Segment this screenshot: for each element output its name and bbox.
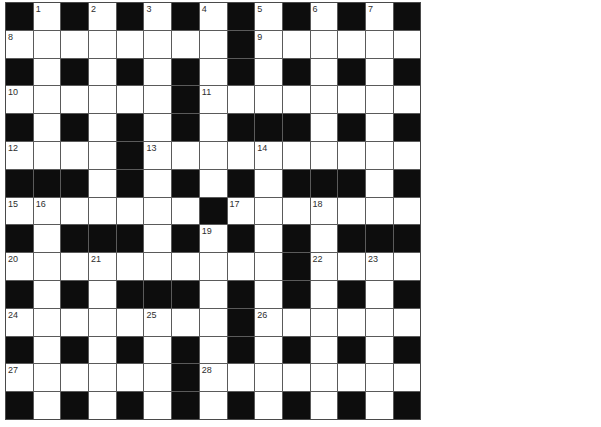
block-cell-r11c3	[61, 281, 88, 308]
block-cell-r13c5	[117, 337, 144, 364]
clue-number-5: 5	[257, 4, 262, 14]
clue-number-21: 21	[91, 254, 101, 264]
grid-cell-r3c4[interactable]	[89, 59, 116, 86]
block-cell-r5c9	[228, 114, 255, 141]
block-cell-r6c5	[117, 142, 144, 169]
grid-cell-r11c8[interactable]	[200, 281, 227, 308]
grid-cell-r6c13[interactable]	[338, 142, 365, 169]
block-cell-r11c1	[6, 281, 33, 308]
block-cell-r7c7	[172, 170, 199, 197]
block-cell-r5c7	[172, 114, 199, 141]
crossword-grid: 1234567891011121314151617181920212223242…	[5, 2, 421, 420]
grid-cell-r10c4[interactable]: 21	[89, 253, 116, 280]
grid-cell-r2c5[interactable]	[117, 31, 144, 58]
block-cell-r3c13	[338, 59, 365, 86]
grid-cell-r1c4[interactable]: 2	[89, 3, 116, 30]
block-cell-r3c5	[117, 59, 144, 86]
grid-cell-r14c15[interactable]	[394, 364, 421, 391]
block-cell-r3c7	[172, 59, 199, 86]
grid-cell-r3c10[interactable]	[255, 59, 282, 86]
grid-cell-r11c14[interactable]	[366, 281, 393, 308]
grid-cell-r6c4[interactable]	[89, 142, 116, 169]
clue-number-1: 1	[36, 4, 41, 14]
grid-cell-r4c9[interactable]	[228, 86, 255, 113]
grid-cell-r9c8[interactable]: 19	[200, 225, 227, 252]
grid-cell-r12c15[interactable]	[394, 309, 421, 336]
block-cell-r1c15	[394, 3, 421, 30]
block-cell-r13c9	[228, 337, 255, 364]
clue-number-14: 14	[257, 143, 267, 153]
grid-cell-r14c14[interactable]	[366, 364, 393, 391]
block-cell-r15c13	[338, 392, 365, 419]
grid-cell-r6c6[interactable]: 13	[144, 142, 171, 169]
block-cell-r13c7	[172, 337, 199, 364]
clue-number-24: 24	[8, 310, 18, 320]
grid-cell-r12c10[interactable]: 26	[255, 309, 282, 336]
grid-cell-r8c14[interactable]	[366, 198, 393, 225]
grid-cell-r6c15[interactable]	[394, 142, 421, 169]
grid-cell-r6c14[interactable]	[366, 142, 393, 169]
grid-cell-r13c8[interactable]	[200, 337, 227, 364]
block-cell-r5c3	[61, 114, 88, 141]
grid-cell-r8c3[interactable]	[61, 198, 88, 225]
grid-cell-r4c10[interactable]	[255, 86, 282, 113]
block-cell-r11c13	[338, 281, 365, 308]
clue-number-3: 3	[146, 4, 151, 14]
grid-cell-r9c2[interactable]	[34, 225, 61, 252]
grid-cell-r12c1[interactable]: 24	[6, 309, 33, 336]
grid-cell-r10c15[interactable]	[394, 253, 421, 280]
block-cell-r9c14	[366, 225, 393, 252]
grid-cell-r4c13[interactable]	[338, 86, 365, 113]
grid-cell-r7c4[interactable]	[89, 170, 116, 197]
block-cell-r3c9	[228, 59, 255, 86]
grid-cell-r8c5[interactable]	[117, 198, 144, 225]
grid-cell-r14c13[interactable]	[338, 364, 365, 391]
block-cell-r3c15	[394, 59, 421, 86]
block-cell-r9c3	[61, 225, 88, 252]
grid-cell-r1c8[interactable]: 4	[200, 3, 227, 30]
grid-cell-r8c1[interactable]: 15	[6, 198, 33, 225]
grid-cell-r14c6[interactable]	[144, 364, 171, 391]
block-cell-r15c11	[283, 392, 310, 419]
clue-number-27: 27	[8, 365, 18, 375]
block-cell-r15c5	[117, 392, 144, 419]
grid-cell-r8c15[interactable]	[394, 198, 421, 225]
grid-cell-r2c4[interactable]	[89, 31, 116, 58]
grid-cell-r6c12[interactable]	[311, 142, 338, 169]
grid-cell-r10c10[interactable]	[255, 253, 282, 280]
clue-number-26: 26	[257, 310, 267, 320]
grid-cell-r14c9[interactable]	[228, 364, 255, 391]
block-cell-r9c7	[172, 225, 199, 252]
clue-number-7: 7	[368, 4, 373, 14]
block-cell-r11c9	[228, 281, 255, 308]
grid-cell-r3c2[interactable]	[34, 59, 61, 86]
grid-cell-r14c8[interactable]: 28	[200, 364, 227, 391]
grid-cell-r15c10[interactable]	[255, 392, 282, 419]
clue-number-15: 15	[8, 199, 18, 209]
grid-cell-r10c8[interactable]	[200, 253, 227, 280]
grid-cell-r1c6[interactable]: 3	[144, 3, 171, 30]
block-cell-r11c11	[283, 281, 310, 308]
grid-cell-r12c7[interactable]	[172, 309, 199, 336]
grid-cell-r1c14[interactable]: 7	[366, 3, 393, 30]
grid-cell-r14c4[interactable]	[89, 364, 116, 391]
clue-number-12: 12	[8, 143, 18, 153]
grid-cell-r7c14[interactable]	[366, 170, 393, 197]
block-cell-r2c9	[228, 31, 255, 58]
grid-cell-r7c8[interactable]	[200, 170, 227, 197]
grid-cell-r8c13[interactable]	[338, 198, 365, 225]
grid-cell-r12c2[interactable]	[34, 309, 61, 336]
grid-cell-r14c11[interactable]	[283, 364, 310, 391]
grid-cell-r13c2[interactable]	[34, 337, 61, 364]
grid-cell-r6c7[interactable]	[172, 142, 199, 169]
grid-cell-r4c6[interactable]	[144, 86, 171, 113]
grid-cell-r8c4[interactable]	[89, 198, 116, 225]
grid-cell-r13c4[interactable]	[89, 337, 116, 364]
block-cell-r15c3	[61, 392, 88, 419]
grid-cell-r3c6[interactable]	[144, 59, 171, 86]
grid-cell-r8c6[interactable]	[144, 198, 171, 225]
clue-number-28: 28	[202, 365, 212, 375]
clue-number-13: 13	[146, 143, 156, 153]
grid-cell-r12c4[interactable]	[89, 309, 116, 336]
grid-cell-r2c12[interactable]	[311, 31, 338, 58]
grid-cell-r5c12[interactable]	[311, 114, 338, 141]
grid-cell-r10c13[interactable]	[338, 253, 365, 280]
grid-cell-r13c14[interactable]	[366, 337, 393, 364]
grid-cell-r10c12[interactable]: 22	[311, 253, 338, 280]
grid-cell-r10c2[interactable]	[34, 253, 61, 280]
grid-cell-r8c7[interactable]	[172, 198, 199, 225]
grid-cell-r2c10[interactable]: 9	[255, 31, 282, 58]
grid-cell-r12c14[interactable]	[366, 309, 393, 336]
grid-cell-r6c10[interactable]: 14	[255, 142, 282, 169]
grid-cell-r8c10[interactable]	[255, 198, 282, 225]
block-cell-r9c4	[89, 225, 116, 252]
block-cell-r7c12	[311, 170, 338, 197]
grid-cell-r3c12[interactable]	[311, 59, 338, 86]
block-cell-r1c13	[338, 3, 365, 30]
block-cell-r15c7	[172, 392, 199, 419]
grid-cell-r15c8[interactable]	[200, 392, 227, 419]
block-cell-r15c9	[228, 392, 255, 419]
clue-number-22: 22	[313, 254, 323, 264]
grid-cell-r5c6[interactable]	[144, 114, 171, 141]
grid-cell-r4c3[interactable]	[61, 86, 88, 113]
grid-cell-r10c5[interactable]	[117, 253, 144, 280]
grid-cell-r15c6[interactable]	[144, 392, 171, 419]
grid-cell-r14c3[interactable]	[61, 364, 88, 391]
block-cell-r9c5	[117, 225, 144, 252]
block-cell-r1c5	[117, 3, 144, 30]
grid-cell-r7c10[interactable]	[255, 170, 282, 197]
grid-cell-r2c15[interactable]	[394, 31, 421, 58]
grid-cell-r11c2[interactable]	[34, 281, 61, 308]
grid-cell-r14c2[interactable]	[34, 364, 61, 391]
block-cell-r9c13	[338, 225, 365, 252]
clue-number-25: 25	[146, 310, 156, 320]
grid-cell-r4c4[interactable]	[89, 86, 116, 113]
grid-cell-r15c12[interactable]	[311, 392, 338, 419]
block-cell-r4c7	[172, 86, 199, 113]
grid-cell-r8c11[interactable]	[283, 198, 310, 225]
block-cell-r15c1	[6, 392, 33, 419]
grid-cell-r4c5[interactable]	[117, 86, 144, 113]
block-cell-r12c9	[228, 309, 255, 336]
block-cell-r5c5	[117, 114, 144, 141]
block-cell-r8c8	[200, 198, 227, 225]
clue-number-4: 4	[202, 4, 207, 14]
grid-cell-r7c6[interactable]	[144, 170, 171, 197]
grid-cell-r4c15[interactable]	[394, 86, 421, 113]
block-cell-r9c1	[6, 225, 33, 252]
block-cell-r13c1	[6, 337, 33, 364]
block-cell-r1c7	[172, 3, 199, 30]
block-cell-r13c15	[394, 337, 421, 364]
grid-cell-r11c4[interactable]	[89, 281, 116, 308]
grid-cell-r14c1[interactable]: 27	[6, 364, 33, 391]
grid-cell-r6c2[interactable]	[34, 142, 61, 169]
grid-cell-r6c8[interactable]	[200, 142, 227, 169]
clue-number-11: 11	[202, 87, 211, 97]
clue-number-19: 19	[202, 226, 212, 236]
grid-cell-r5c14[interactable]	[366, 114, 393, 141]
grid-cell-r13c12[interactable]	[311, 337, 338, 364]
block-cell-r1c11	[283, 3, 310, 30]
grid-cell-r5c4[interactable]	[89, 114, 116, 141]
clue-number-23: 23	[368, 254, 378, 264]
grid-cell-r2c8[interactable]	[200, 31, 227, 58]
grid-cell-r14c10[interactable]	[255, 364, 282, 391]
grid-cell-r10c14[interactable]: 23	[366, 253, 393, 280]
grid-cell-r1c12[interactable]: 6	[311, 3, 338, 30]
block-cell-r11c5	[117, 281, 144, 308]
grid-cell-r11c10[interactable]	[255, 281, 282, 308]
clue-number-8: 8	[8, 32, 13, 42]
grid-cell-r8c9[interactable]: 17	[228, 198, 255, 225]
block-cell-r9c9	[228, 225, 255, 252]
block-cell-r5c13	[338, 114, 365, 141]
grid-cell-r4c2[interactable]	[34, 86, 61, 113]
block-cell-r7c1	[6, 170, 33, 197]
block-cell-r1c9	[228, 3, 255, 30]
block-cell-r7c13	[338, 170, 365, 197]
grid-cell-r10c7[interactable]	[172, 253, 199, 280]
clue-number-18: 18	[313, 199, 323, 209]
grid-cell-r10c9[interactable]	[228, 253, 255, 280]
block-cell-r9c11	[283, 225, 310, 252]
grid-cell-r4c12[interactable]	[311, 86, 338, 113]
grid-cell-r2c1[interactable]: 8	[6, 31, 33, 58]
grid-cell-r8c2[interactable]: 16	[34, 198, 61, 225]
block-cell-r13c13	[338, 337, 365, 364]
block-cell-r11c15	[394, 281, 421, 308]
grid-cell-r15c14[interactable]	[366, 392, 393, 419]
grid-cell-r6c3[interactable]	[61, 142, 88, 169]
grid-cell-r6c9[interactable]	[228, 142, 255, 169]
grid-cell-r6c1[interactable]: 12	[6, 142, 33, 169]
grid-cell-r4c1[interactable]: 10	[6, 86, 33, 113]
clue-number-16: 16	[36, 199, 46, 209]
grid-cell-r2c13[interactable]	[338, 31, 365, 58]
grid-cell-r12c6[interactable]: 25	[144, 309, 171, 336]
grid-cell-r12c5[interactable]	[117, 309, 144, 336]
clue-number-10: 10	[8, 87, 18, 97]
grid-cell-r14c12[interactable]	[311, 364, 338, 391]
grid-cell-r2c7[interactable]	[172, 31, 199, 58]
grid-cell-r2c14[interactable]	[366, 31, 393, 58]
grid-cell-r12c13[interactable]	[338, 309, 365, 336]
grid-cell-r13c6[interactable]	[144, 337, 171, 364]
grid-cell-r4c8[interactable]: 11	[200, 86, 227, 113]
grid-cell-r9c10[interactable]	[255, 225, 282, 252]
grid-cell-r12c3[interactable]	[61, 309, 88, 336]
grid-cell-r3c14[interactable]	[366, 59, 393, 86]
block-cell-r7c15	[394, 170, 421, 197]
clue-number-6: 6	[313, 4, 318, 14]
grid-cell-r15c4[interactable]	[89, 392, 116, 419]
block-cell-r1c1	[6, 3, 33, 30]
grid-cell-r5c2[interactable]	[34, 114, 61, 141]
clue-number-9: 9	[257, 32, 262, 42]
clue-number-20: 20	[8, 254, 18, 264]
grid-cell-r12c11[interactable]	[283, 309, 310, 336]
clue-number-2: 2	[91, 4, 96, 14]
grid-cell-r12c8[interactable]	[200, 309, 227, 336]
grid-cell-r3c8[interactable]	[200, 59, 227, 86]
block-cell-r3c3	[61, 59, 88, 86]
grid-cell-r5c8[interactable]	[200, 114, 227, 141]
block-cell-r10c11	[283, 253, 310, 280]
block-cell-r7c3	[61, 170, 88, 197]
block-cell-r14c7	[172, 364, 199, 391]
block-cell-r7c2	[34, 170, 61, 197]
grid-cell-r2c6[interactable]	[144, 31, 171, 58]
block-cell-r7c11	[283, 170, 310, 197]
block-cell-r7c5	[117, 170, 144, 197]
grid-cell-r4c11[interactable]	[283, 86, 310, 113]
block-cell-r3c1	[6, 59, 33, 86]
grid-cell-r2c3[interactable]	[61, 31, 88, 58]
block-cell-r9c15	[394, 225, 421, 252]
block-cell-r3c11	[283, 59, 310, 86]
grid-cell-r13c10[interactable]	[255, 337, 282, 364]
grid-cell-r2c11[interactable]	[283, 31, 310, 58]
block-cell-r11c7	[172, 281, 199, 308]
grid-cell-r9c6[interactable]	[144, 225, 171, 252]
block-cell-r5c10	[255, 114, 282, 141]
page-background: 1234567891011121314151617181920212223242…	[0, 0, 601, 427]
block-cell-r5c15	[394, 114, 421, 141]
grid-cell-r10c6[interactable]	[144, 253, 171, 280]
block-cell-r1c3	[61, 3, 88, 30]
grid-cell-r6c11[interactable]	[283, 142, 310, 169]
grid-cell-r9c12[interactable]	[311, 225, 338, 252]
grid-cell-r4c14[interactable]	[366, 86, 393, 113]
grid-cell-r10c1[interactable]: 20	[6, 253, 33, 280]
grid-cell-r2c2[interactable]	[34, 31, 61, 58]
block-cell-r15c15	[394, 392, 421, 419]
clue-number-17: 17	[230, 199, 240, 209]
grid-cell-r15c2[interactable]	[34, 392, 61, 419]
grid-cell-r12c12[interactable]	[311, 309, 338, 336]
block-cell-r5c11	[283, 114, 310, 141]
block-cell-r5c1	[6, 114, 33, 141]
grid-cell-r1c2[interactable]: 1	[34, 3, 61, 30]
grid-cell-r8c12[interactable]: 18	[311, 198, 338, 225]
block-cell-r7c9	[228, 170, 255, 197]
grid-cell-r14c5[interactable]	[117, 364, 144, 391]
block-cell-r11c6	[144, 281, 171, 308]
block-cell-r13c11	[283, 337, 310, 364]
grid-cell-r1c10[interactable]: 5	[255, 3, 282, 30]
grid-cell-r10c3[interactable]	[61, 253, 88, 280]
grid-cell-r11c12[interactable]	[311, 281, 338, 308]
block-cell-r13c3	[61, 337, 88, 364]
